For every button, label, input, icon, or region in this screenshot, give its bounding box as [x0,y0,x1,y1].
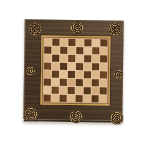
square-a8 [44,39,51,46]
top-middle-rosette [70,21,83,34]
square-b3 [52,79,59,86]
square-h7 [100,47,107,54]
square-a3 [44,79,51,86]
square-e1 [76,95,83,102]
square-a6 [44,55,51,62]
square-e2 [76,87,83,94]
square-b2 [52,87,59,94]
square-d1 [68,95,75,102]
square-b5 [52,63,59,70]
square-b7 [52,47,59,54]
square-h3 [100,79,107,86]
product-photo [0,0,150,150]
square-a4 [44,71,51,78]
square-h5 [100,63,107,70]
square-g7 [92,47,99,54]
square-a7 [44,47,51,54]
square-h4 [100,71,107,78]
square-d4 [68,71,75,78]
square-f6 [84,55,91,62]
square-c5 [60,63,67,70]
square-f5 [84,63,91,70]
top-left-rosette [29,22,42,35]
square-f2 [84,87,91,94]
square-h8 [100,39,107,46]
square-c8 [60,39,67,46]
square-g5 [92,63,99,70]
square-a1 [44,95,51,102]
square-a2 [44,87,51,94]
square-d8 [68,39,75,46]
square-c7 [60,47,67,54]
square-c4 [60,71,67,78]
square-d7 [68,47,75,54]
square-d2 [68,87,75,94]
square-c1 [60,95,67,102]
square-g1 [92,95,99,102]
square-h6 [100,55,107,62]
square-h2 [100,87,107,94]
square-g8 [92,39,99,46]
square-e7 [76,47,83,54]
square-a5 [44,63,51,70]
square-d6 [68,55,75,62]
bottom-middle-rosette [69,110,82,123]
square-c3 [60,79,67,86]
square-h1 [100,95,107,102]
square-c2 [60,87,67,94]
chess-grid [44,39,108,103]
square-b4 [52,71,59,78]
square-g2 [92,87,99,94]
middle-left-rosette [26,66,35,75]
bottom-right-rosette [110,111,123,124]
top-right-rosette [109,22,122,35]
square-c6 [60,55,67,62]
square-b1 [52,95,59,102]
square-f8 [84,39,91,46]
square-f3 [84,79,91,86]
middle-right-rosette [113,69,122,78]
square-e8 [76,39,83,46]
square-e6 [76,55,83,62]
square-f4 [84,71,91,78]
square-f7 [84,47,91,54]
play-area [41,36,111,106]
square-e3 [76,79,83,86]
square-d5 [68,63,75,70]
square-g3 [92,79,99,86]
square-g4 [92,71,99,78]
square-f1 [84,95,91,102]
square-g6 [92,55,99,62]
square-d3 [68,79,75,86]
square-e5 [76,63,83,70]
square-b8 [52,39,59,46]
square-b6 [52,55,59,62]
square-e4 [76,71,83,78]
chessboard [23,19,123,122]
bottom-left-rosette [24,107,37,120]
